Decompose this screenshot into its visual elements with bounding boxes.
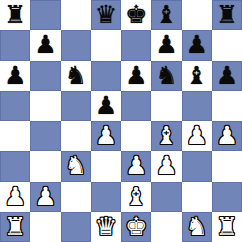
square-g7[interactable]: ♟ <box>182 30 212 60</box>
square-d8[interactable]: ♛ <box>91 0 121 30</box>
black-bishop-piece[interactable]: ♝ <box>185 61 207 91</box>
square-f8[interactable]: ♝ <box>151 0 181 30</box>
black-knight-piece[interactable]: ♞ <box>64 61 86 91</box>
black-pawn-piece[interactable]: ♟ <box>185 30 207 60</box>
square-e1[interactable]: ♚ <box>121 212 151 242</box>
square-d2[interactable] <box>91 182 121 212</box>
square-h8[interactable]: ♜ <box>212 0 242 30</box>
white-bishop-piece[interactable]: ♝ <box>155 121 177 151</box>
square-b1[interactable] <box>30 212 60 242</box>
square-d6[interactable] <box>91 61 121 91</box>
square-h2[interactable] <box>212 182 242 212</box>
black-knight-piece[interactable]: ♞ <box>155 61 177 91</box>
square-b4[interactable] <box>30 121 60 151</box>
square-h7[interactable] <box>212 30 242 60</box>
square-d7[interactable] <box>91 30 121 60</box>
square-e6[interactable]: ♟ <box>121 61 151 91</box>
square-a5[interactable] <box>0 91 30 121</box>
square-e4[interactable] <box>121 121 151 151</box>
square-h1[interactable]: ♜ <box>212 212 242 242</box>
square-f2[interactable] <box>151 182 181 212</box>
square-d1[interactable]: ♛ <box>91 212 121 242</box>
square-e8[interactable]: ♚ <box>121 0 151 30</box>
square-d4[interactable]: ♟ <box>91 121 121 151</box>
black-pawn-piece[interactable]: ♟ <box>34 30 56 60</box>
square-c8[interactable] <box>61 0 91 30</box>
square-b3[interactable] <box>30 151 60 181</box>
white-queen-piece[interactable]: ♛ <box>95 212 117 242</box>
black-rook-piece[interactable]: ♜ <box>216 0 238 30</box>
square-e5[interactable] <box>121 91 151 121</box>
square-c5[interactable] <box>61 91 91 121</box>
square-f5[interactable] <box>151 91 181 121</box>
square-g8[interactable] <box>182 0 212 30</box>
black-pawn-piece[interactable]: ♟ <box>125 61 147 91</box>
black-pawn-piece[interactable]: ♟ <box>4 61 26 91</box>
square-g3[interactable] <box>182 151 212 181</box>
square-c4[interactable] <box>61 121 91 151</box>
square-h6[interactable]: ♟ <box>212 61 242 91</box>
black-pawn-piece[interactable]: ♟ <box>155 30 177 60</box>
square-g4[interactable]: ♟ <box>182 121 212 151</box>
white-pawn-piece[interactable]: ♟ <box>95 121 117 151</box>
square-h3[interactable] <box>212 151 242 181</box>
square-c3[interactable]: ♞ <box>61 151 91 181</box>
square-c2[interactable] <box>61 182 91 212</box>
square-a4[interactable] <box>0 121 30 151</box>
square-e3[interactable]: ♟ <box>121 151 151 181</box>
white-knight-piece[interactable]: ♞ <box>185 212 207 242</box>
white-pawn-piece[interactable]: ♟ <box>216 121 238 151</box>
square-f7[interactable]: ♟ <box>151 30 181 60</box>
square-c7[interactable] <box>61 30 91 60</box>
black-king-piece[interactable]: ♚ <box>125 0 147 30</box>
square-c6[interactable]: ♞ <box>61 61 91 91</box>
black-rook-piece[interactable]: ♜ <box>4 0 26 30</box>
square-d3[interactable] <box>91 151 121 181</box>
white-pawn-piece[interactable]: ♟ <box>185 121 207 151</box>
square-b6[interactable] <box>30 61 60 91</box>
square-f6[interactable]: ♞ <box>151 61 181 91</box>
square-f3[interactable]: ♟ <box>151 151 181 181</box>
square-a2[interactable]: ♟ <box>0 182 30 212</box>
square-f4[interactable]: ♝ <box>151 121 181 151</box>
square-a1[interactable]: ♜ <box>0 212 30 242</box>
chess-board: ♜♛♚♝♜♟♟♟♟♞♟♞♝♟♟♟♝♟♟♞♟♟♟♟♝♜♛♚♞♜ <box>0 0 242 242</box>
square-f1[interactable] <box>151 212 181 242</box>
white-rook-piece[interactable]: ♜ <box>4 212 26 242</box>
square-b5[interactable] <box>30 91 60 121</box>
white-pawn-piece[interactable]: ♟ <box>155 151 177 181</box>
square-b2[interactable]: ♟ <box>30 182 60 212</box>
white-knight-piece[interactable]: ♞ <box>64 151 86 181</box>
square-c1[interactable] <box>61 212 91 242</box>
black-pawn-piece[interactable]: ♟ <box>95 91 117 121</box>
square-e2[interactable]: ♝ <box>121 182 151 212</box>
black-queen-piece[interactable]: ♛ <box>95 0 117 30</box>
white-rook-piece[interactable]: ♜ <box>216 212 238 242</box>
square-b8[interactable] <box>30 0 60 30</box>
black-bishop-piece[interactable]: ♝ <box>155 0 177 30</box>
white-king-piece[interactable]: ♚ <box>125 212 147 242</box>
square-g6[interactable]: ♝ <box>182 61 212 91</box>
square-e7[interactable] <box>121 30 151 60</box>
square-b7[interactable]: ♟ <box>30 30 60 60</box>
square-h4[interactable]: ♟ <box>212 121 242 151</box>
white-pawn-piece[interactable]: ♟ <box>125 151 147 181</box>
square-g1[interactable]: ♞ <box>182 212 212 242</box>
square-d5[interactable]: ♟ <box>91 91 121 121</box>
black-pawn-piece[interactable]: ♟ <box>216 61 238 91</box>
white-pawn-piece[interactable]: ♟ <box>34 182 56 212</box>
white-bishop-piece[interactable]: ♝ <box>125 182 147 212</box>
square-a8[interactable]: ♜ <box>0 0 30 30</box>
square-g5[interactable] <box>182 91 212 121</box>
square-a7[interactable] <box>0 30 30 60</box>
square-a6[interactable]: ♟ <box>0 61 30 91</box>
white-pawn-piece[interactable]: ♟ <box>4 182 26 212</box>
square-h5[interactable] <box>212 91 242 121</box>
square-a3[interactable] <box>0 151 30 181</box>
square-g2[interactable] <box>182 182 212 212</box>
